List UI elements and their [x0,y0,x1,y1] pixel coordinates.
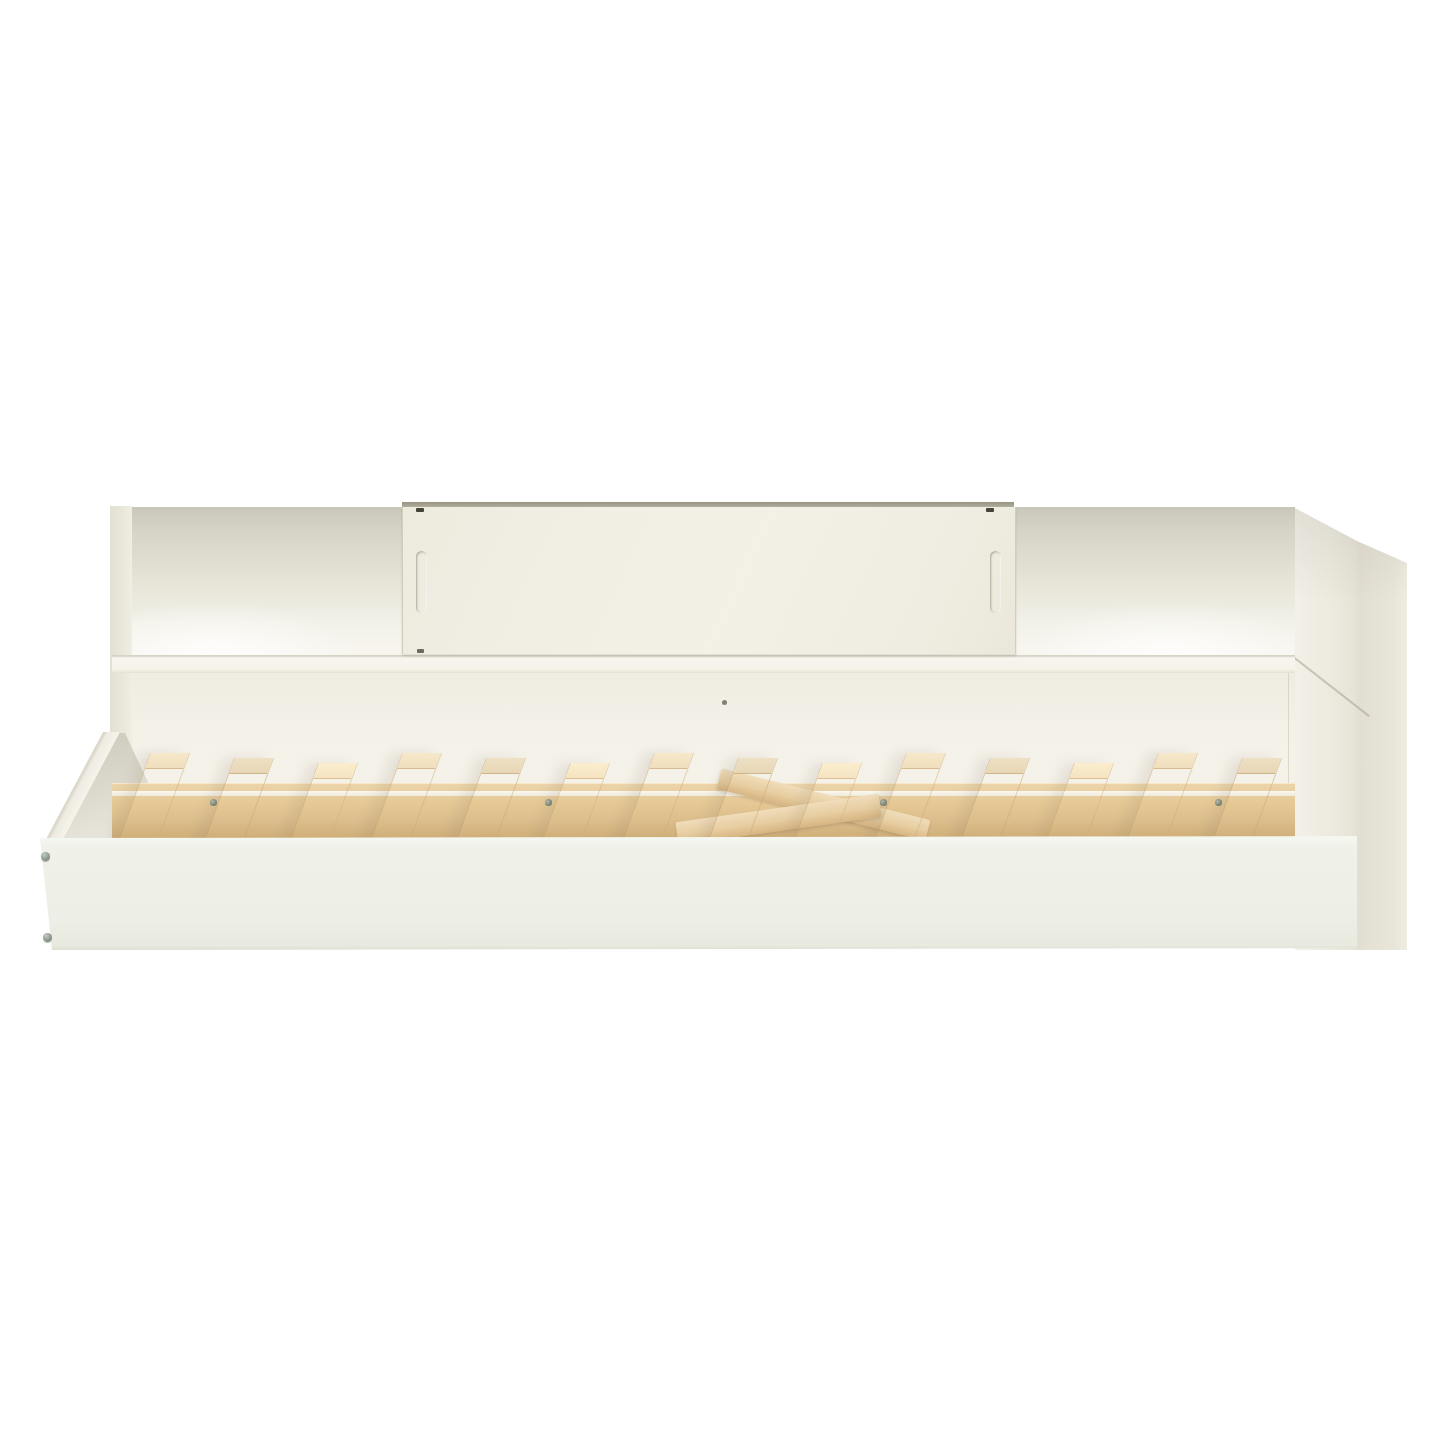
shelf-divider-edge [112,655,1295,673]
door-roller-left [416,508,424,512]
open-compartment-right [1014,507,1295,655]
cam-fitting-hole [722,700,727,705]
bed-front-rail [40,836,1357,950]
door-roller-right [986,508,994,512]
rail-support-rod [112,791,1300,796]
product-photo [0,0,1445,1445]
door-handle-slot-left [416,551,427,613]
front-rail-screw-top [41,852,50,861]
door-handle-slot-right [990,551,1001,613]
door-bottom-glide [417,649,424,653]
front-rail-screw-bottom [43,933,52,942]
rail-screw [545,799,552,806]
sliding-door [402,507,1016,654]
rail-screw [1215,799,1222,806]
open-compartment-left [132,507,402,655]
